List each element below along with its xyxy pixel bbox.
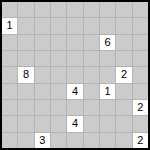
cell-r4c7[interactable]: [100, 51, 115, 66]
clue-cell-r3c7: 6: [100, 35, 115, 50]
clue-cell-r6c5: 4: [67, 84, 82, 99]
cell-r8c2[interactable]: [18, 116, 33, 131]
cell-r7c6[interactable]: [84, 100, 99, 115]
cell-r4c5[interactable]: [67, 51, 82, 66]
cell-r2c5[interactable]: [67, 18, 82, 33]
cell-r7c3[interactable]: [35, 100, 50, 115]
cell-r7c4[interactable]: [51, 100, 66, 115]
cell-r9c5[interactable]: [67, 133, 82, 148]
puzzle-board: 1682412432: [2, 2, 148, 148]
cell-r2c2[interactable]: [18, 18, 33, 33]
cell-r6c9[interactable]: [133, 84, 148, 99]
cell-r3c4[interactable]: [51, 35, 66, 50]
cell-r9c2[interactable]: [18, 133, 33, 148]
cell-r3c9[interactable]: [133, 35, 148, 50]
cell-r3c2[interactable]: [18, 35, 33, 50]
clue-cell-r5c2: 8: [18, 67, 33, 82]
cell-r5c5[interactable]: [67, 67, 82, 82]
cell-r4c1[interactable]: [2, 51, 17, 66]
puzzle-board-frame: 1682412432: [0, 0, 150, 150]
cell-r5c3[interactable]: [35, 67, 50, 82]
clue-cell-r9c3: 3: [35, 133, 50, 148]
cell-r9c8[interactable]: [116, 133, 131, 148]
cell-r9c7[interactable]: [100, 133, 115, 148]
cell-r5c4[interactable]: [51, 67, 66, 82]
cell-r1c1[interactable]: [2, 2, 17, 17]
cell-r7c1[interactable]: [2, 100, 17, 115]
cell-r2c9[interactable]: [133, 18, 148, 33]
cell-r4c8[interactable]: [116, 51, 131, 66]
cell-r3c6[interactable]: [84, 35, 99, 50]
cell-r4c4[interactable]: [51, 51, 66, 66]
cell-r2c3[interactable]: [35, 18, 50, 33]
cell-r1c8[interactable]: [116, 2, 131, 17]
cell-r8c4[interactable]: [51, 116, 66, 131]
cell-r7c8[interactable]: [116, 100, 131, 115]
cell-r2c6[interactable]: [84, 18, 99, 33]
clue-cell-r2c1: 1: [2, 18, 17, 33]
cell-r5c9[interactable]: [133, 67, 148, 82]
cell-r6c2[interactable]: [18, 84, 33, 99]
cell-r5c6[interactable]: [84, 67, 99, 82]
cell-r3c3[interactable]: [35, 35, 50, 50]
cell-r1c7[interactable]: [100, 2, 115, 17]
cell-r7c7[interactable]: [100, 100, 115, 115]
cell-r9c6[interactable]: [84, 133, 99, 148]
cell-r6c1[interactable]: [2, 84, 17, 99]
cell-r8c9[interactable]: [133, 116, 148, 131]
cell-r3c1[interactable]: [2, 35, 17, 50]
clue-cell-r9c9: 2: [133, 133, 148, 148]
cell-r1c9[interactable]: [133, 2, 148, 17]
cell-r8c6[interactable]: [84, 116, 99, 131]
cell-r1c3[interactable]: [35, 2, 50, 17]
cell-r8c7[interactable]: [100, 116, 115, 131]
cell-r7c5[interactable]: [67, 100, 82, 115]
cell-r9c4[interactable]: [51, 133, 66, 148]
clue-cell-r7c9: 2: [133, 100, 148, 115]
cell-r1c4[interactable]: [51, 2, 66, 17]
cell-r1c6[interactable]: [84, 2, 99, 17]
cell-r2c8[interactable]: [116, 18, 131, 33]
cell-r8c3[interactable]: [35, 116, 50, 131]
cell-r8c1[interactable]: [2, 116, 17, 131]
cell-r3c8[interactable]: [116, 35, 131, 50]
cell-r9c1[interactable]: [2, 133, 17, 148]
cell-r2c7[interactable]: [100, 18, 115, 33]
cell-r3c5[interactable]: [67, 35, 82, 50]
cell-r5c1[interactable]: [2, 67, 17, 82]
cell-r6c6[interactable]: [84, 84, 99, 99]
cell-r6c4[interactable]: [51, 84, 66, 99]
cell-r5c7[interactable]: [100, 67, 115, 82]
cell-r6c3[interactable]: [35, 84, 50, 99]
cell-r4c3[interactable]: [35, 51, 50, 66]
cell-r1c2[interactable]: [18, 2, 33, 17]
cell-r4c2[interactable]: [18, 51, 33, 66]
cell-r8c8[interactable]: [116, 116, 131, 131]
cell-r1c5[interactable]: [67, 2, 82, 17]
clue-cell-r6c7: 1: [100, 84, 115, 99]
cell-r6c8[interactable]: [116, 84, 131, 99]
clue-cell-r8c5: 4: [67, 116, 82, 131]
cell-r4c9[interactable]: [133, 51, 148, 66]
clue-cell-r5c8: 2: [116, 67, 131, 82]
cell-r2c4[interactable]: [51, 18, 66, 33]
cell-r4c6[interactable]: [84, 51, 99, 66]
cell-r7c2[interactable]: [18, 100, 33, 115]
